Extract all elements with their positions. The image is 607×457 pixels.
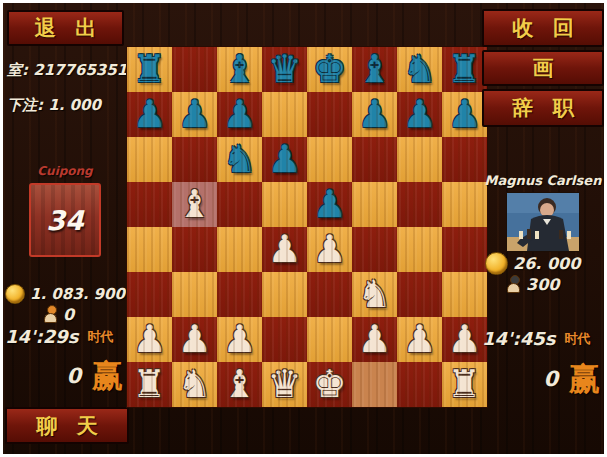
square-c2[interactable]: ♟ (217, 317, 262, 362)
player1-timer-suffix: 时代 (88, 328, 114, 346)
square-e5[interactable]: ♟ (307, 182, 352, 227)
piece-white-rook[interactable]: ♜ (442, 362, 487, 407)
chat-button[interactable]: 聊 天 (5, 407, 129, 444)
square-d5[interactable] (262, 182, 307, 227)
square-h5[interactable] (442, 182, 487, 227)
square-c3[interactable] (217, 272, 262, 317)
square-b1[interactable]: ♞ (172, 362, 217, 407)
piece-white-pawn[interactable]: ♟ (262, 227, 307, 272)
square-a6[interactable] (127, 137, 172, 182)
piece-black-pawn[interactable]: ♟ (127, 92, 172, 137)
square-e1[interactable]: ♚ (307, 362, 352, 407)
resign-button[interactable]: 辞 职 (482, 89, 604, 127)
square-d6[interactable]: ♟ (262, 137, 307, 182)
square-h2[interactable]: ♟ (442, 317, 487, 362)
square-f1[interactable] (352, 362, 397, 407)
square-f6[interactable] (352, 137, 397, 182)
piece-white-pawn[interactable]: ♟ (217, 317, 262, 362)
piece-white-knight[interactable]: ♞ (172, 362, 217, 407)
piece-white-pawn[interactable]: ♟ (352, 317, 397, 362)
piece-white-rook[interactable]: ♜ (127, 362, 172, 407)
piece-white-bishop[interactable]: ♝ (217, 362, 262, 407)
square-f2[interactable]: ♟ (352, 317, 397, 362)
square-a3[interactable] (127, 272, 172, 317)
square-g6[interactable] (397, 137, 442, 182)
bet-amount-label: 下注: 1. 000 (7, 96, 101, 115)
piece-black-bishop[interactable]: ♝ (217, 47, 262, 92)
square-h4[interactable] (442, 227, 487, 272)
piece-black-knight[interactable]: ♞ (217, 137, 262, 182)
draw-button[interactable]: 画 (482, 50, 604, 86)
player2-win-count: 0 (543, 367, 558, 391)
player2-win-label: 赢 (569, 358, 600, 400)
piece-black-rook[interactable]: ♜ (442, 47, 487, 92)
square-h7[interactable]: ♟ (442, 92, 487, 137)
square-b6[interactable] (172, 137, 217, 182)
player1-time: 14':29s (5, 326, 79, 347)
piece-black-pawn[interactable]: ♟ (262, 137, 307, 182)
square-f7[interactable]: ♟ (352, 92, 397, 137)
square-g5[interactable] (397, 182, 442, 227)
square-a4[interactable] (127, 227, 172, 272)
room-number-label: 室: 2177653511 (7, 61, 138, 80)
piece-white-pawn[interactable]: ♟ (172, 317, 217, 362)
square-g7[interactable]: ♟ (397, 92, 442, 137)
square-d7[interactable] (262, 92, 307, 137)
coin-icon (5, 284, 25, 304)
piece-black-bishop[interactable]: ♝ (352, 47, 397, 92)
square-d8[interactable]: ♛ (262, 47, 307, 92)
person-icon (43, 305, 58, 324)
piece-black-queen[interactable]: ♛ (262, 47, 307, 92)
player1-win-label: 赢 (92, 355, 123, 397)
square-b3[interactable] (172, 272, 217, 317)
chess-board: ♜♝♛♚♝♞♜♟♟♟♟♟♟♞♟♝♟♟♟♞♟♟♟♟♟♟♜♞♝♛♚♜ (127, 47, 487, 407)
square-c1[interactable]: ♝ (217, 362, 262, 407)
piece-white-queen[interactable]: ♛ (262, 362, 307, 407)
square-f4[interactable] (352, 227, 397, 272)
square-f8[interactable]: ♝ (352, 47, 397, 92)
piece-white-pawn[interactable]: ♟ (307, 227, 352, 272)
square-e8[interactable]: ♚ (307, 47, 352, 92)
player2-name: Magnus Carlsen (482, 173, 604, 188)
square-g2[interactable]: ♟ (397, 317, 442, 362)
square-e6[interactable] (307, 137, 352, 182)
player2-timer: 14':45s 时代 (482, 328, 591, 349)
square-e3[interactable] (307, 272, 352, 317)
app-window: 退 出 室: 2177653511 下注: 1. 000 Cuipong 34 … (0, 0, 607, 457)
square-e2[interactable] (307, 317, 352, 362)
player1-timer: 14':29s 时代 (5, 326, 114, 347)
piece-black-pawn[interactable]: ♟ (217, 92, 262, 137)
piece-black-king[interactable]: ♚ (307, 47, 352, 92)
player2-photo[interactable] (506, 192, 580, 252)
piece-black-rook[interactable]: ♜ (127, 47, 172, 92)
square-g3[interactable] (397, 272, 442, 317)
piece-black-pawn[interactable]: ♟ (397, 92, 442, 137)
player2-coins: 26. 000 (513, 254, 580, 273)
square-c8[interactable]: ♝ (217, 47, 262, 92)
player2-photo-image (507, 193, 579, 251)
square-h8[interactable]: ♜ (442, 47, 487, 92)
player1-avatar-number: 34 (46, 205, 84, 236)
square-f3[interactable]: ♞ (352, 272, 397, 317)
square-c4[interactable] (217, 227, 262, 272)
square-h3[interactable] (442, 272, 487, 317)
player1-avatar[interactable]: 34 (29, 183, 101, 257)
square-d4[interactable]: ♟ (262, 227, 307, 272)
person-icon (506, 275, 521, 294)
square-c6[interactable]: ♞ (217, 137, 262, 182)
piece-white-pawn[interactable]: ♟ (397, 317, 442, 362)
player2-timer-suffix: 时代 (565, 330, 591, 348)
player1-score: 0 (63, 305, 74, 324)
game-background: 退 出 室: 2177653511 下注: 1. 000 Cuipong 34 … (3, 3, 604, 454)
square-d1[interactable]: ♛ (262, 362, 307, 407)
piece-white-bishop[interactable]: ♝ (172, 182, 217, 227)
player2-wins: 0 赢 (482, 358, 600, 400)
square-a5[interactable] (127, 182, 172, 227)
player1-wins: 0 赢 (5, 355, 123, 397)
player1-name: Cuipong (29, 164, 101, 178)
piece-white-pawn[interactable]: ♟ (127, 317, 172, 362)
piece-white-king[interactable]: ♚ (307, 362, 352, 407)
square-d3[interactable] (262, 272, 307, 317)
square-a2[interactable]: ♟ (127, 317, 172, 362)
square-a7[interactable]: ♟ (127, 92, 172, 137)
piece-black-pawn[interactable]: ♟ (307, 182, 352, 227)
takeback-button[interactable]: 收 回 (482, 9, 604, 47)
piece-black-knight[interactable]: ♞ (397, 47, 442, 92)
square-f5[interactable] (352, 182, 397, 227)
piece-white-knight[interactable]: ♞ (352, 272, 397, 317)
square-e4[interactable]: ♟ (307, 227, 352, 272)
player1-win-count: 0 (66, 364, 81, 388)
piece-black-pawn[interactable]: ♟ (442, 92, 487, 137)
piece-black-pawn[interactable]: ♟ (352, 92, 397, 137)
square-c7[interactable]: ♟ (217, 92, 262, 137)
square-b2[interactable]: ♟ (172, 317, 217, 362)
square-b8[interactable] (172, 47, 217, 92)
square-g8[interactable]: ♞ (397, 47, 442, 92)
square-a8[interactable]: ♜ (127, 47, 172, 92)
player2-score: 300 (526, 275, 559, 294)
exit-button[interactable]: 退 出 (7, 10, 124, 46)
player2-time: 14':45s (482, 328, 556, 349)
player1-coins: 1. 083. 900 (30, 285, 125, 303)
square-e7[interactable] (307, 92, 352, 137)
square-g4[interactable] (397, 227, 442, 272)
square-h6[interactable] (442, 137, 487, 182)
square-g1[interactable] (397, 362, 442, 407)
square-h1[interactable]: ♜ (442, 362, 487, 407)
square-b5[interactable]: ♝ (172, 182, 217, 227)
square-b4[interactable] (172, 227, 217, 272)
square-b7[interactable]: ♟ (172, 92, 217, 137)
square-c5[interactable] (217, 182, 262, 227)
coin-icon (485, 252, 508, 275)
piece-black-pawn[interactable]: ♟ (172, 92, 217, 137)
piece-white-pawn[interactable]: ♟ (442, 317, 487, 362)
square-a1[interactable]: ♜ (127, 362, 172, 407)
square-d2[interactable] (262, 317, 307, 362)
